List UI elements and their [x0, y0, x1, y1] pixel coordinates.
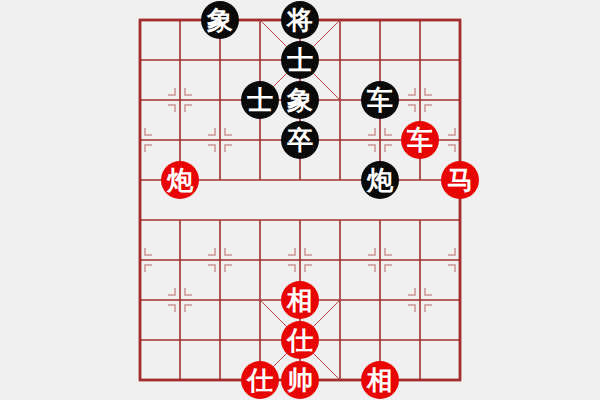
red-advisor[interactable]: 仕	[281, 321, 319, 359]
board-grid[interactable]: 象将士士象车卒车炮炮马相仕仕帅相	[120, 0, 480, 400]
black-general[interactable]: 将	[281, 1, 319, 39]
red-cannon[interactable]: 炮	[161, 161, 199, 199]
xiangqi-board: 象将士士象车卒车炮炮马相仕仕帅相	[0, 0, 600, 400]
red-elephant[interactable]: 相	[361, 361, 399, 399]
red-horse[interactable]: 马	[441, 161, 479, 199]
black-advisor[interactable]: 士	[281, 41, 319, 79]
black-chariot[interactable]: 车	[361, 81, 399, 119]
black-elephant[interactable]: 象	[201, 1, 239, 39]
red-general[interactable]: 帅	[281, 361, 319, 399]
red-elephant[interactable]: 相	[281, 281, 319, 319]
black-cannon[interactable]: 炮	[361, 161, 399, 199]
red-chariot[interactable]: 车	[401, 121, 439, 159]
black-advisor[interactable]: 士	[241, 81, 279, 119]
black-soldier[interactable]: 卒	[281, 121, 319, 159]
black-elephant[interactable]: 象	[281, 81, 319, 119]
red-advisor[interactable]: 仕	[241, 361, 279, 399]
